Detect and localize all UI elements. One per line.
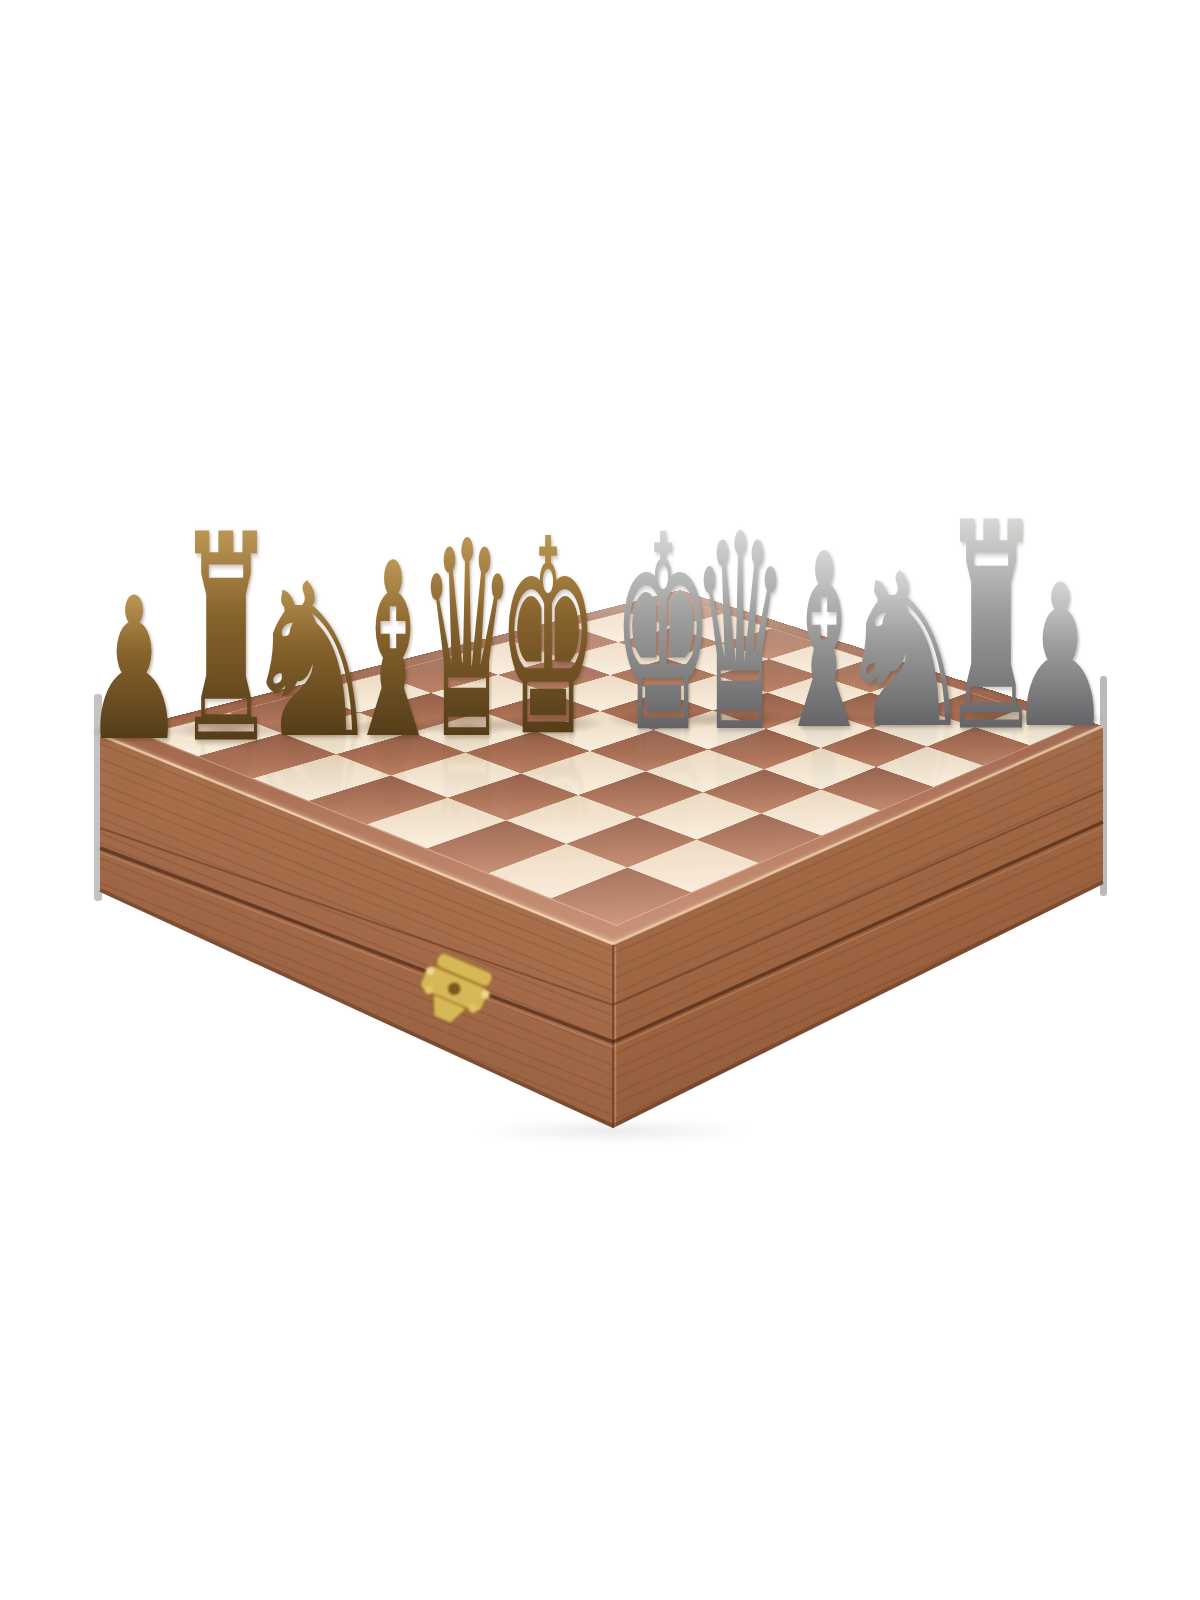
chess-case-product-photo: ♟♟♜♜♞♞♝♝♛♛♚♚♚♚♛♛♝♝♞♞♜♜♟♟	[0, 0, 1200, 1600]
pawn-icon: ♟	[83, 572, 184, 769]
pawn-icon: ♟	[1009, 559, 1110, 756]
king-icon: ♚	[498, 504, 599, 774]
pieces-layer: ♟♟♜♜♞♞♝♝♛♛♚♚♚♚♛♛♝♝♞♞♜♜♟♟	[0, 0, 1200, 1600]
